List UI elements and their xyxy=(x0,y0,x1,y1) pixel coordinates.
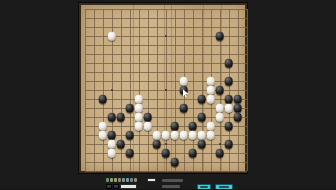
black-stone xyxy=(143,113,152,122)
wood-grain xyxy=(171,5,172,171)
prev-move-icon[interactable] xyxy=(114,178,117,182)
move-counter-box[interactable] xyxy=(147,178,156,182)
grid-line-horizontal xyxy=(85,162,247,163)
star-point xyxy=(165,143,167,145)
black-stone xyxy=(107,113,116,122)
black-stone xyxy=(116,140,125,149)
app-window xyxy=(0,0,336,189)
grid-line-vertical xyxy=(247,9,248,171)
black-stone xyxy=(197,113,206,122)
white-stone xyxy=(134,95,143,104)
black-stone xyxy=(215,86,224,95)
white-stone xyxy=(98,122,107,131)
black-stone xyxy=(152,140,161,149)
next-move-icon[interactable] xyxy=(118,178,121,182)
white-stone xyxy=(170,131,179,140)
white-stone xyxy=(143,122,152,131)
black-stone xyxy=(224,95,233,104)
star-point xyxy=(219,143,221,145)
white-stone xyxy=(206,95,215,104)
go-board[interactable] xyxy=(79,3,247,173)
white-stone xyxy=(179,77,188,86)
last-move-icon[interactable] xyxy=(126,178,129,182)
status-text-2 xyxy=(162,185,180,188)
black-stone xyxy=(161,149,170,158)
pause-icon[interactable] xyxy=(130,178,133,182)
button-label xyxy=(219,186,229,188)
white-stone xyxy=(206,122,215,131)
black-stone xyxy=(188,149,197,158)
white-stone xyxy=(107,149,116,158)
white-stone xyxy=(98,131,107,140)
white-stone xyxy=(215,113,224,122)
black-stone xyxy=(197,95,206,104)
grid-line-vertical xyxy=(193,9,194,171)
black-stone xyxy=(125,131,134,140)
tool-button-1[interactable] xyxy=(106,184,112,189)
white-stone xyxy=(206,77,215,86)
confirm-button[interactable] xyxy=(197,184,211,190)
white-stone xyxy=(107,32,116,41)
black-stone xyxy=(98,95,107,104)
black-stone xyxy=(224,122,233,131)
black-stone xyxy=(179,104,188,113)
black-stone xyxy=(188,122,197,131)
black-stone xyxy=(215,32,224,41)
black-stone xyxy=(170,122,179,131)
white-stone xyxy=(224,104,233,113)
wood-grain xyxy=(133,5,134,171)
grid-line-horizontal xyxy=(85,171,247,172)
black-stone xyxy=(197,140,206,149)
button-label xyxy=(200,186,207,188)
white-stone xyxy=(188,131,197,140)
prev-10-icon[interactable] xyxy=(110,178,113,182)
white-stone xyxy=(161,131,170,140)
black-stone xyxy=(125,149,134,158)
star-point xyxy=(165,89,167,91)
mark-icon[interactable] xyxy=(134,178,137,182)
black-stone xyxy=(233,95,242,104)
white-stone xyxy=(197,131,206,140)
next-10-icon[interactable] xyxy=(122,178,125,182)
white-stone xyxy=(134,122,143,131)
black-stone xyxy=(170,158,179,167)
black-stone xyxy=(224,59,233,68)
move-input-field[interactable] xyxy=(120,184,137,189)
grid-line-vertical xyxy=(238,9,239,171)
status-text xyxy=(162,179,183,182)
black-stone xyxy=(107,131,116,140)
grid-line-horizontal xyxy=(85,126,247,127)
grid-line-vertical xyxy=(175,9,176,171)
black-stone xyxy=(116,113,125,122)
submit-button[interactable] xyxy=(215,184,233,190)
grid-line-horizontal xyxy=(85,99,247,100)
black-stone xyxy=(125,104,134,113)
black-stone xyxy=(215,149,224,158)
white-stone xyxy=(215,104,224,113)
white-stone xyxy=(206,131,215,140)
black-stone xyxy=(233,104,242,113)
first-move-icon[interactable] xyxy=(106,178,109,182)
black-stone xyxy=(224,140,233,149)
white-stone xyxy=(152,131,161,140)
star-point xyxy=(165,35,167,37)
white-stone xyxy=(134,104,143,113)
white-stone xyxy=(206,86,215,95)
black-stone xyxy=(233,113,242,122)
white-stone xyxy=(134,113,143,122)
tool-button-2[interactable] xyxy=(113,184,119,189)
white-stone xyxy=(107,140,116,149)
white-stone xyxy=(179,131,188,140)
star-point xyxy=(111,89,113,91)
black-stone xyxy=(224,77,233,86)
